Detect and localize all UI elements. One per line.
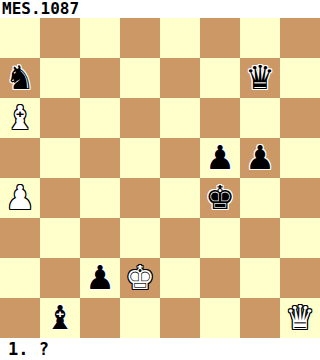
square-h4[interactable] [280,178,320,218]
square-h3[interactable] [280,218,320,258]
square-a8[interactable] [0,18,40,58]
square-b7[interactable] [40,58,80,98]
square-b8[interactable] [40,18,80,58]
diagram-title: MES.1087 [0,0,320,18]
square-f5[interactable]: ♟ [200,138,240,178]
square-d5[interactable] [120,138,160,178]
square-h2[interactable] [280,258,320,298]
square-g4[interactable] [240,178,280,218]
square-b4[interactable] [40,178,80,218]
square-b1[interactable]: ♝ [40,298,80,338]
square-f8[interactable] [200,18,240,58]
black-bishop: ♝ [40,298,80,338]
square-g5[interactable]: ♟ [240,138,280,178]
square-h5[interactable] [280,138,320,178]
black-pawn: ♟ [240,138,280,178]
square-c6[interactable] [80,98,120,138]
white-queen: ♛ [280,298,320,338]
black-knight: ♞ [0,58,40,98]
square-d3[interactable] [120,218,160,258]
square-a7[interactable]: ♞ [0,58,40,98]
square-b6[interactable] [40,98,80,138]
chess-diagram-page: MES.1087 ♞♛♝♟♟♟♚♟♚♝♛ 1. ? [0,0,320,360]
square-d1[interactable] [120,298,160,338]
black-pawn: ♟ [200,138,240,178]
square-g8[interactable] [240,18,280,58]
square-d8[interactable] [120,18,160,58]
white-king: ♚ [120,258,160,298]
square-h7[interactable] [280,58,320,98]
square-c3[interactable] [80,218,120,258]
square-a6[interactable]: ♝ [0,98,40,138]
square-g3[interactable] [240,218,280,258]
square-e3[interactable] [160,218,200,258]
square-e4[interactable] [160,178,200,218]
square-d6[interactable] [120,98,160,138]
square-a4[interactable]: ♟ [0,178,40,218]
square-f4[interactable]: ♚ [200,178,240,218]
square-f3[interactable] [200,218,240,258]
square-a3[interactable] [0,218,40,258]
square-h1[interactable]: ♛ [280,298,320,338]
square-d4[interactable] [120,178,160,218]
square-g2[interactable] [240,258,280,298]
square-a1[interactable] [0,298,40,338]
square-h6[interactable] [280,98,320,138]
square-c5[interactable] [80,138,120,178]
square-g6[interactable] [240,98,280,138]
square-e2[interactable] [160,258,200,298]
square-c7[interactable] [80,58,120,98]
white-pawn: ♟ [0,178,40,218]
square-g7[interactable]: ♛ [240,58,280,98]
square-e6[interactable] [160,98,200,138]
move-prompt: 1. ? [0,338,320,360]
square-e5[interactable] [160,138,200,178]
chess-board: ♞♛♝♟♟♟♚♟♚♝♛ [0,18,320,338]
square-c4[interactable] [80,178,120,218]
square-b3[interactable] [40,218,80,258]
black-pawn: ♟ [80,258,120,298]
square-b5[interactable] [40,138,80,178]
square-g1[interactable] [240,298,280,338]
square-h8[interactable] [280,18,320,58]
white-bishop: ♝ [0,98,40,138]
square-c1[interactable] [80,298,120,338]
square-f1[interactable] [200,298,240,338]
square-b2[interactable] [40,258,80,298]
square-d7[interactable] [120,58,160,98]
square-f7[interactable] [200,58,240,98]
square-e7[interactable] [160,58,200,98]
square-e1[interactable] [160,298,200,338]
square-f6[interactable] [200,98,240,138]
square-a2[interactable] [0,258,40,298]
square-e8[interactable] [160,18,200,58]
black-queen: ♛ [240,58,280,98]
square-d2[interactable]: ♚ [120,258,160,298]
square-f2[interactable] [200,258,240,298]
square-a5[interactable] [0,138,40,178]
square-c8[interactable] [80,18,120,58]
square-c2[interactable]: ♟ [80,258,120,298]
black-king: ♚ [200,178,240,218]
